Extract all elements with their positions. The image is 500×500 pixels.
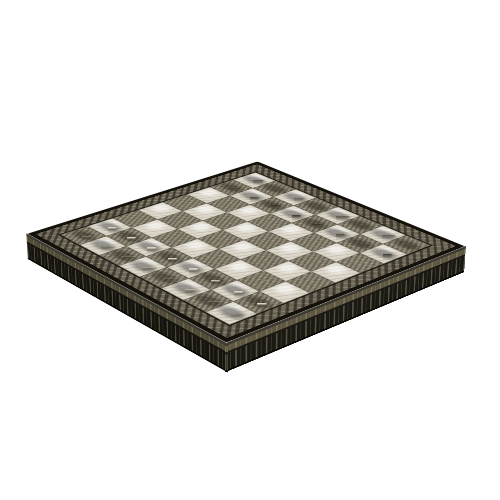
chess-set-scene: ♜♞♝♛♚♝♞♜♟♟♟♟♟♟♟♟♟♟♟♟♟♟♟♟♜♞♝♚♛♝♞♜ xyxy=(27,162,464,343)
square-h4[interactable] xyxy=(286,272,335,293)
product-photo-canvas: ♜♞♝♛♚♝♞♜♟♟♟♟♟♟♟♟♟♟♟♟♟♟♟♟♜♞♝♚♛♝♞♜ xyxy=(0,0,500,500)
chess-board: ♜♞♝♛♚♝♞♜♟♟♟♟♟♟♟♟♟♟♟♟♟♟♟♟♜♞♝♚♛♝♞♜ xyxy=(27,162,464,343)
